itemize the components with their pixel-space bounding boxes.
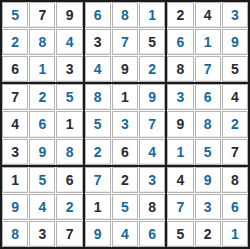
cell-r8c4[interactable]: 1 — [85, 194, 111, 220]
cell-r3c4[interactable]: 4 — [85, 56, 111, 82]
cell-r4c5[interactable]: 1 — [112, 84, 138, 110]
cell-r8c6[interactable]: 8 — [139, 194, 165, 220]
cell-r5c3[interactable]: 1 — [56, 111, 82, 137]
cell-r7c1[interactable]: 1 — [2, 167, 28, 193]
cell-r5c1[interactable]: 4 — [2, 111, 28, 137]
cell-r1c7[interactable]: 2 — [167, 2, 193, 28]
cell-r3c6[interactable]: 2 — [139, 56, 165, 82]
cell-r7c2[interactable]: 5 — [29, 167, 55, 193]
cell-r4c1[interactable]: 7 — [2, 84, 28, 110]
cell-r8c2[interactable]: 4 — [29, 194, 55, 220]
cell-r9c9[interactable]: 1 — [222, 221, 248, 247]
cell-r2c4[interactable]: 3 — [85, 29, 111, 55]
cell-r5c7[interactable]: 9 — [167, 111, 193, 137]
cell-r3c1[interactable]: 6 — [2, 56, 28, 82]
cell-r1c4[interactable]: 6 — [85, 2, 111, 28]
cell-r2c8[interactable]: 1 — [195, 29, 221, 55]
cell-r4c2[interactable]: 2 — [29, 84, 55, 110]
sudoku-board: 5792846136813754922436198757254613988195… — [0, 0, 250, 249]
cell-r6c6[interactable]: 4 — [139, 139, 165, 165]
cell-r7c5[interactable]: 2 — [112, 167, 138, 193]
cell-r7c6[interactable]: 3 — [139, 167, 165, 193]
cell-r1c8[interactable]: 4 — [195, 2, 221, 28]
cell-r6c4[interactable]: 2 — [85, 139, 111, 165]
cell-r6c3[interactable]: 8 — [56, 139, 82, 165]
cell-r3c5[interactable]: 9 — [112, 56, 138, 82]
cell-r7c7[interactable]: 4 — [167, 167, 193, 193]
cell-r2c5[interactable]: 7 — [112, 29, 138, 55]
box-6: 364982157 — [167, 84, 248, 164]
box-1: 579284613 — [2, 2, 83, 82]
cell-r2c7[interactable]: 6 — [167, 29, 193, 55]
cell-r9c2[interactable]: 3 — [29, 221, 55, 247]
cell-r3c7[interactable]: 8 — [167, 56, 193, 82]
cell-r6c7[interactable]: 1 — [167, 139, 193, 165]
cell-r1c5[interactable]: 8 — [112, 2, 138, 28]
cell-r5c8[interactable]: 8 — [195, 111, 221, 137]
cell-r8c3[interactable]: 2 — [56, 194, 82, 220]
cell-r5c2[interactable]: 6 — [29, 111, 55, 137]
cell-r7c3[interactable]: 6 — [56, 167, 82, 193]
cell-r4c8[interactable]: 6 — [195, 84, 221, 110]
cell-r3c2[interactable]: 1 — [29, 56, 55, 82]
cell-r8c8[interactable]: 3 — [195, 194, 221, 220]
box-4: 725461398 — [2, 84, 83, 164]
cell-r2c6[interactable]: 5 — [139, 29, 165, 55]
box-5: 819537264 — [85, 84, 166, 164]
cell-r6c5[interactable]: 6 — [112, 139, 138, 165]
cell-r1c2[interactable]: 7 — [29, 2, 55, 28]
cell-r6c9[interactable]: 7 — [222, 139, 248, 165]
cell-r6c2[interactable]: 9 — [29, 139, 55, 165]
box-3: 243619875 — [167, 2, 248, 82]
cell-r4c7[interactable]: 3 — [167, 84, 193, 110]
cell-r8c5[interactable]: 5 — [112, 194, 138, 220]
cell-r1c6[interactable]: 1 — [139, 2, 165, 28]
cell-r8c7[interactable]: 7 — [167, 194, 193, 220]
cell-r9c5[interactable]: 4 — [112, 221, 138, 247]
cell-r8c1[interactable]: 9 — [2, 194, 28, 220]
cell-r9c8[interactable]: 2 — [195, 221, 221, 247]
cell-r9c1[interactable]: 8 — [2, 221, 28, 247]
cell-r9c6[interactable]: 6 — [139, 221, 165, 247]
cell-r6c8[interactable]: 5 — [195, 139, 221, 165]
cell-r2c1[interactable]: 2 — [2, 29, 28, 55]
cell-r3c3[interactable]: 3 — [56, 56, 82, 82]
cell-r2c2[interactable]: 8 — [29, 29, 55, 55]
cell-r9c7[interactable]: 5 — [167, 221, 193, 247]
cell-r2c9[interactable]: 9 — [222, 29, 248, 55]
cell-r9c3[interactable]: 7 — [56, 221, 82, 247]
cell-r4c6[interactable]: 9 — [139, 84, 165, 110]
cell-r5c9[interactable]: 2 — [222, 111, 248, 137]
cell-r3c8[interactable]: 7 — [195, 56, 221, 82]
cell-r5c4[interactable]: 5 — [85, 111, 111, 137]
cell-r4c3[interactable]: 5 — [56, 84, 82, 110]
cell-r1c1[interactable]: 5 — [2, 2, 28, 28]
box-2: 681375492 — [85, 2, 166, 82]
cell-r7c9[interactable]: 8 — [222, 167, 248, 193]
cell-r1c3[interactable]: 9 — [56, 2, 82, 28]
cell-r7c4[interactable]: 7 — [85, 167, 111, 193]
cell-r4c4[interactable]: 8 — [85, 84, 111, 110]
cell-r6c1[interactable]: 3 — [2, 139, 28, 165]
box-9: 498736521 — [167, 167, 248, 247]
cell-r1c9[interactable]: 3 — [222, 2, 248, 28]
cell-r4c9[interactable]: 4 — [222, 84, 248, 110]
cell-r5c6[interactable]: 7 — [139, 111, 165, 137]
cell-r5c5[interactable]: 3 — [112, 111, 138, 137]
cell-r2c3[interactable]: 4 — [56, 29, 82, 55]
box-7: 156942837 — [2, 167, 83, 247]
cell-r7c8[interactable]: 9 — [195, 167, 221, 193]
box-8: 723158946 — [85, 167, 166, 247]
cell-r9c4[interactable]: 9 — [85, 221, 111, 247]
cell-r3c9[interactable]: 5 — [222, 56, 248, 82]
cell-r8c9[interactable]: 6 — [222, 194, 248, 220]
